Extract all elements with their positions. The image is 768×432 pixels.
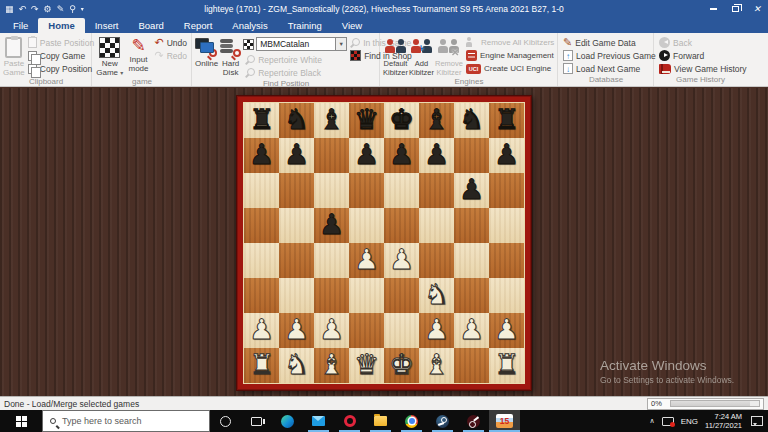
square-h6[interactable] <box>489 173 524 208</box>
square-f7[interactable]: ♟ <box>419 138 454 173</box>
square-e4[interactable]: ♟ <box>384 243 419 278</box>
white-king[interactable]: ♚ <box>384 348 419 383</box>
taskbar-chrome[interactable] <box>396 410 427 432</box>
online-search-icon <box>195 37 218 58</box>
square-g2[interactable]: ♟ <box>454 313 489 348</box>
action-center-icon[interactable] <box>751 416 763 426</box>
taskbar-edge[interactable] <box>272 410 303 432</box>
square-c5[interactable]: ♟ <box>314 208 349 243</box>
group-label-find-position: Find Position <box>195 79 377 89</box>
quick-redo-icon[interactable]: ↷ <box>31 5 39 14</box>
progress-percent: 0% <box>651 399 667 408</box>
progress-bar <box>670 400 760 407</box>
load-previous-icon <box>563 50 573 61</box>
square-h1[interactable]: ♜ <box>489 348 524 383</box>
square-h7[interactable]: ♟ <box>489 138 524 173</box>
square-b2[interactable]: ♟ <box>279 313 314 348</box>
copy-position-icon <box>28 64 37 74</box>
engine-management-button[interactable]: Engine Management <box>464 49 556 62</box>
square-e8[interactable]: ♚ <box>384 103 419 138</box>
white-rook[interactable]: ♜ <box>489 348 524 383</box>
find-in-shop-icon <box>350 50 361 61</box>
load-next-game-button[interactable]: Load Next Game <box>561 62 658 75</box>
group-database: ✎ Edit Game Data Load Previous Game Load… <box>558 33 654 86</box>
square-h3[interactable] <box>489 278 524 313</box>
history-back-button[interactable]: Back <box>657 36 749 49</box>
square-e3[interactable] <box>384 278 419 313</box>
chess-board-frame: ♜♞♝♛♚♝♞♜♟♟♟♟♟♟♟♟♟♟♞♟♟♟♟♟♟♜♞♝♛♚♝♜ <box>236 95 532 391</box>
paste-position-button[interactable]: Paste Position <box>26 36 96 49</box>
square-d1[interactable]: ♛ <box>349 348 384 383</box>
black-king[interactable]: ♚ <box>384 103 419 138</box>
square-h8[interactable]: ♜ <box>489 103 524 138</box>
tab-training[interactable]: Training <box>278 18 332 33</box>
taskbar-clock[interactable]: 7:24 AM 11/27/2021 <box>705 412 742 430</box>
new-game-caret-icon: ▾ <box>120 70 123 76</box>
white-pawn[interactable]: ♟ <box>384 243 419 278</box>
find-online-button[interactable]: Online <box>195 35 218 69</box>
square-b1[interactable]: ♞ <box>279 348 314 383</box>
square-a3[interactable] <box>244 278 279 313</box>
edit-game-data-icon: ✎ <box>563 37 572 48</box>
back-icon <box>659 37 670 48</box>
engine-management-icon <box>466 50 477 61</box>
hard-disk-icon <box>219 37 242 58</box>
square-b6[interactable] <box>279 173 314 208</box>
find-harddisk-button[interactable]: Hard Disk <box>219 35 242 77</box>
black-pawn[interactable]: ♟ <box>384 138 419 173</box>
white-bishop[interactable]: ♝ <box>419 348 454 383</box>
square-h4[interactable] <box>489 243 524 278</box>
input-mode-pencil-icon: ✎ <box>131 37 145 54</box>
annotate-pencil-icon[interactable]: ✎ <box>57 5 65 14</box>
system-tray: ∧ ENG 7:24 AM 11/27/2021 <box>650 412 768 430</box>
square-d2[interactable] <box>349 313 384 348</box>
history-forward-button[interactable]: Forward <box>657 49 749 62</box>
white-pawn[interactable]: ♟ <box>244 313 279 348</box>
tab-file[interactable]: File <box>3 18 38 33</box>
square-a1[interactable]: ♜ <box>244 348 279 383</box>
square-f5[interactable] <box>419 208 454 243</box>
black-pawn[interactable]: ♟ <box>314 208 349 243</box>
combo-value: MBMCatalan <box>256 37 336 51</box>
square-b8[interactable]: ♞ <box>279 103 314 138</box>
white-pawn[interactable]: ♟ <box>314 313 349 348</box>
paste-game-icon <box>5 37 22 58</box>
square-g8[interactable]: ♞ <box>454 103 489 138</box>
square-d3[interactable] <box>349 278 384 313</box>
white-pawn[interactable]: ♟ <box>279 313 314 348</box>
taskbar-search[interactable]: Type here to search <box>42 410 210 432</box>
add-kibitzer-icon: + <box>411 37 432 58</box>
black-bishop[interactable]: ♝ <box>419 103 454 138</box>
start-button[interactable] <box>0 410 42 432</box>
square-b4[interactable] <box>279 243 314 278</box>
minimize-button[interactable] <box>702 0 724 18</box>
square-g7[interactable] <box>454 138 489 173</box>
tray-notification-icon[interactable] <box>662 417 674 426</box>
taskbar-opera[interactable] <box>334 410 365 432</box>
black-knight[interactable]: ♞ <box>454 103 489 138</box>
windows-logo-icon <box>16 416 27 427</box>
square-f8[interactable]: ♝ <box>419 103 454 138</box>
chess-board[interactable]: ♜♞♝♛♚♝♞♜♟♟♟♟♟♟♟♟♟♟♞♟♟♟♟♟♟♜♞♝♛♚♝♜ <box>243 102 525 384</box>
taskbar: Type here to search 15 ∧ ENG 7:24 AM 11/… <box>0 410 768 432</box>
square-e7[interactable]: ♟ <box>384 138 419 173</box>
cortana-icon <box>220 416 231 427</box>
square-a2[interactable]: ♟ <box>244 313 279 348</box>
redo-icon: ↷ <box>154 50 163 61</box>
square-h5[interactable] <box>489 208 524 243</box>
square-b7[interactable]: ♟ <box>279 138 314 173</box>
square-d5[interactable] <box>349 208 384 243</box>
load-next-icon <box>563 63 573 74</box>
copy-game-button[interactable]: Copy Game <box>26 49 96 62</box>
square-c3[interactable] <box>314 278 349 313</box>
screen: ▦ ↶ ↷ ⚙ ✎ ⚲ ▾ lighteye (1701) - ZGM_Samo… <box>0 0 768 432</box>
square-e2[interactable] <box>384 313 419 348</box>
white-knight[interactable]: ♞ <box>279 348 314 383</box>
square-b3[interactable] <box>279 278 314 313</box>
steam-icon <box>436 415 449 428</box>
undo-button[interactable]: ↶ Undo <box>152 36 189 49</box>
square-h2[interactable]: ♟ <box>489 313 524 348</box>
copy-position-button[interactable]: Copy Position <box>26 62 96 75</box>
chessbase-15-icon: 15 <box>496 414 513 428</box>
square-a4[interactable] <box>244 243 279 278</box>
white-queen[interactable]: ♛ <box>349 348 384 383</box>
bulb-icon[interactable]: ⚲ <box>69 5 76 14</box>
tab-home[interactable]: Home <box>38 18 84 33</box>
group-game-history: Back Forward View Game History Game Hist… <box>654 33 746 86</box>
opera-icon <box>344 415 356 427</box>
close-button[interactable]: ✕ <box>746 0 768 18</box>
activate-windows-watermark: Activate Windows Go to Settings to activ… <box>600 358 734 385</box>
black-pawn[interactable]: ♟ <box>279 138 314 173</box>
white-pawn[interactable]: ♟ <box>489 313 524 348</box>
group-label-engines: Engines <box>383 77 555 87</box>
tab-analysis[interactable]: Analysis <box>222 18 277 33</box>
square-d8[interactable]: ♛ <box>349 103 384 138</box>
square-f2[interactable]: ♟ <box>419 313 454 348</box>
black-pawn[interactable]: ♟ <box>244 138 279 173</box>
square-g4[interactable] <box>454 243 489 278</box>
black-bishop[interactable]: ♝ <box>314 103 349 138</box>
progress-panel: 0% <box>647 398 764 410</box>
group-engines: Default Kibitzer + Add Kibitzer ✕ Remove… <box>380 33 558 86</box>
square-a6[interactable] <box>244 173 279 208</box>
white-pawn[interactable]: ♟ <box>454 313 489 348</box>
black-knight[interactable]: ♞ <box>279 103 314 138</box>
repertoire-white-button[interactable]: Repertoire White <box>243 53 347 66</box>
group-label-database: Database <box>561 75 651 86</box>
group-game: New Game ▾ ✎ Input mode ↶ Undo ↷ Redo <box>92 33 192 86</box>
view-game-history-button[interactable]: View Game History <box>657 62 749 75</box>
language-indicator[interactable]: ENG <box>681 417 698 426</box>
remove-all-kibitzers-button[interactable]: Remove All Kibitzers <box>464 36 556 49</box>
task-view-icon <box>251 417 262 426</box>
square-g1[interactable] <box>454 348 489 383</box>
square-c2[interactable]: ♟ <box>314 313 349 348</box>
chrome-icon <box>405 415 418 428</box>
square-e6[interactable] <box>384 173 419 208</box>
square-a8[interactable]: ♜ <box>244 103 279 138</box>
in-this-game-icon <box>350 38 360 48</box>
square-a7[interactable]: ♟ <box>244 138 279 173</box>
status-bar: Done - Load/Merge selected games 0% <box>0 396 768 410</box>
white-pawn[interactable]: ♟ <box>349 243 384 278</box>
taskbar-key-app[interactable] <box>458 410 489 432</box>
square-c6[interactable] <box>314 173 349 208</box>
search-icon <box>50 418 56 424</box>
square-b5[interactable] <box>279 208 314 243</box>
group-clipboard: Paste Game Paste Position Copy Game Copy… <box>0 33 92 86</box>
combo-dropdown-icon[interactable]: ▼ <box>336 37 347 51</box>
square-f1[interactable]: ♝ <box>419 348 454 383</box>
window-title: lighteye (1701) - ZGM_Samostically (2262… <box>120 4 648 14</box>
square-f6[interactable] <box>419 173 454 208</box>
quick-undo-icon[interactable]: ↶ <box>19 5 27 14</box>
square-g3[interactable] <box>454 278 489 313</box>
white-pawn[interactable]: ♟ <box>419 313 454 348</box>
default-kibitzer-button[interactable]: Default Kibitzer <box>383 35 408 77</box>
remove-kibitzer-icon: ✕ <box>438 37 459 58</box>
create-uci-engine-button[interactable]: UCI Create UCI Engine <box>464 62 556 75</box>
mail-icon <box>312 416 325 426</box>
tab-insert[interactable]: Insert <box>85 18 129 33</box>
add-kibitzer-button[interactable]: + Add Kibitzer <box>409 35 434 77</box>
repertoire-black-icon <box>245 68 255 78</box>
ribbon-tabs: File Home Insert Board Report Analysis T… <box>0 18 768 33</box>
taskbar-chessbase-15[interactable]: 15 <box>489 410 520 432</box>
combo-board-icon <box>243 39 254 50</box>
square-c8[interactable]: ♝ <box>314 103 349 138</box>
repertoire-black-button[interactable]: Repertoire Black <box>243 66 347 79</box>
black-pawn[interactable]: ♟ <box>419 138 454 173</box>
search-placeholder: Type here to search <box>62 416 142 426</box>
taskbar-task-view[interactable] <box>241 410 272 432</box>
square-a5[interactable] <box>244 208 279 243</box>
copy-game-icon <box>28 51 37 61</box>
remove-all-kibitzers-icon <box>466 37 478 48</box>
square-d6[interactable] <box>349 173 384 208</box>
black-rook[interactable]: ♜ <box>244 103 279 138</box>
square-e5[interactable] <box>384 208 419 243</box>
qat-dropdown-icon[interactable]: ▾ <box>81 6 84 12</box>
ribbon: Paste Game Paste Position Copy Game Copy… <box>0 33 768 87</box>
square-g6[interactable]: ♟ <box>454 173 489 208</box>
white-bishop[interactable]: ♝ <box>314 348 349 383</box>
new-game-button[interactable]: New Game ▾ <box>95 35 125 77</box>
black-rook[interactable]: ♜ <box>489 103 524 138</box>
app-icon: ▦ <box>5 5 14 14</box>
black-pawn[interactable]: ♟ <box>489 138 524 173</box>
black-pawn[interactable]: ♟ <box>349 138 384 173</box>
edit-game-data-button[interactable]: ✎ Edit Game Data <box>561 36 658 49</box>
tab-view[interactable]: View <box>332 18 372 33</box>
taskbar-mail[interactable] <box>303 410 334 432</box>
forward-icon <box>659 50 670 61</box>
tray-date: 11/27/2021 <box>705 421 742 430</box>
square-f4[interactable] <box>419 243 454 278</box>
square-c4[interactable] <box>314 243 349 278</box>
restore-button[interactable] <box>724 0 746 18</box>
new-game-board-icon <box>99 37 120 58</box>
white-knight[interactable]: ♞ <box>419 278 454 313</box>
square-d7[interactable]: ♟ <box>349 138 384 173</box>
quick-access-toolbar: ▦ ↶ ↷ ⚙ ✎ ⚲ ▾ <box>5 5 84 14</box>
uci-icon: UCI <box>466 64 481 74</box>
key-app-icon <box>467 415 480 428</box>
square-f3[interactable]: ♞ <box>419 278 454 313</box>
game-history-book-icon <box>659 64 671 74</box>
title-bar: ▦ ↶ ↷ ⚙ ✎ ⚲ ▾ lighteye (1701) - ZGM_Samo… <box>0 0 768 18</box>
edge-icon <box>281 415 294 428</box>
group-label-game: game <box>95 77 189 87</box>
group-label-game-history: Game History <box>657 75 744 86</box>
square-c7[interactable] <box>314 138 349 173</box>
square-e1[interactable]: ♚ <box>384 348 419 383</box>
square-g5[interactable] <box>454 208 489 243</box>
board-window: ♜♞♝♛♚♝♞♜♟♟♟♟♟♟♟♟♟♟♞♟♟♟♟♟♟♜♞♝♛♚♝♜ Activat… <box>0 88 768 396</box>
white-rook[interactable]: ♜ <box>244 348 279 383</box>
taskbar-file-explorer[interactable] <box>365 410 396 432</box>
paste-game-button[interactable]: Paste Game <box>3 35 25 77</box>
tab-board[interactable]: Board <box>128 18 173 33</box>
black-pawn[interactable]: ♟ <box>454 173 489 208</box>
tab-report[interactable]: Report <box>174 18 223 33</box>
taskbar-steam[interactable] <box>427 410 458 432</box>
redo-button[interactable]: ↷ Redo <box>152 49 189 62</box>
tray-chevron-icon[interactable]: ∧ <box>650 417 655 425</box>
status-text: Done - Load/Merge selected games <box>4 399 139 409</box>
repertoire-white-icon <box>245 55 255 65</box>
input-mode-button[interactable]: ✎ Input mode <box>126 35 152 73</box>
settings-gear-icon[interactable]: ⚙ <box>44 5 52 14</box>
group-label-clipboard: Clipboard <box>3 77 89 87</box>
square-d4[interactable]: ♟ <box>349 243 384 278</box>
remove-kibitzer-button[interactable]: ✕ Remove Kibitzer <box>435 35 463 77</box>
black-queen[interactable]: ♛ <box>349 103 384 138</box>
file-explorer-icon <box>374 416 387 426</box>
reference-db-combo[interactable]: MBMCatalan ▼ <box>243 37 347 51</box>
taskbar-cortana[interactable] <box>210 410 241 432</box>
undo-icon: ↶ <box>154 37 163 48</box>
paste-position-icon <box>28 37 37 48</box>
square-c1[interactable]: ♝ <box>314 348 349 383</box>
load-previous-game-button[interactable]: Load Previous Game <box>561 49 658 62</box>
group-find-position: Online Hard Disk MBMCatalan ▼ Repertoire… <box>192 33 380 86</box>
default-kibitzer-icon <box>385 37 406 58</box>
tray-time: 7:24 AM <box>714 412 742 421</box>
